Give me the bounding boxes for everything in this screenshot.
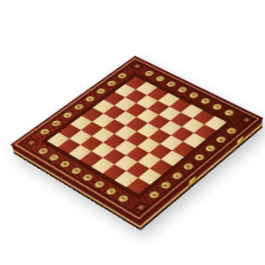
chess-board: aa88bb77cc66dd55ee44ff33gg22hh11 ♜♞♝♛♚♝♞…: [10, 55, 263, 222]
perspective-viewport: aa88bb77cc66dd55ee44ff33gg22hh11 ♜♞♝♛♚♝♞…: [0, 0, 265, 265]
pieces: ♜♞♝♛♚♝♞♜♟♟♟♟♟♟♟♟♟♟♟♟♟♟♟♟♜♞♝♛♚♝♞♜: [11, 56, 261, 221]
white-rook-icon: ♜: [125, 153, 157, 189]
black-pawn-icon: ♟: [59, 121, 84, 149]
camera-tilt: aa88bb77cc66dd55ee44ff33gg22hh11 ♜♞♝♛♚♝♞…: [0, 0, 265, 265]
photo-background: aa88bb77cc66dd55ee44ff33gg22hh11 ♜♞♝♛♚♝♞…: [0, 0, 265, 265]
